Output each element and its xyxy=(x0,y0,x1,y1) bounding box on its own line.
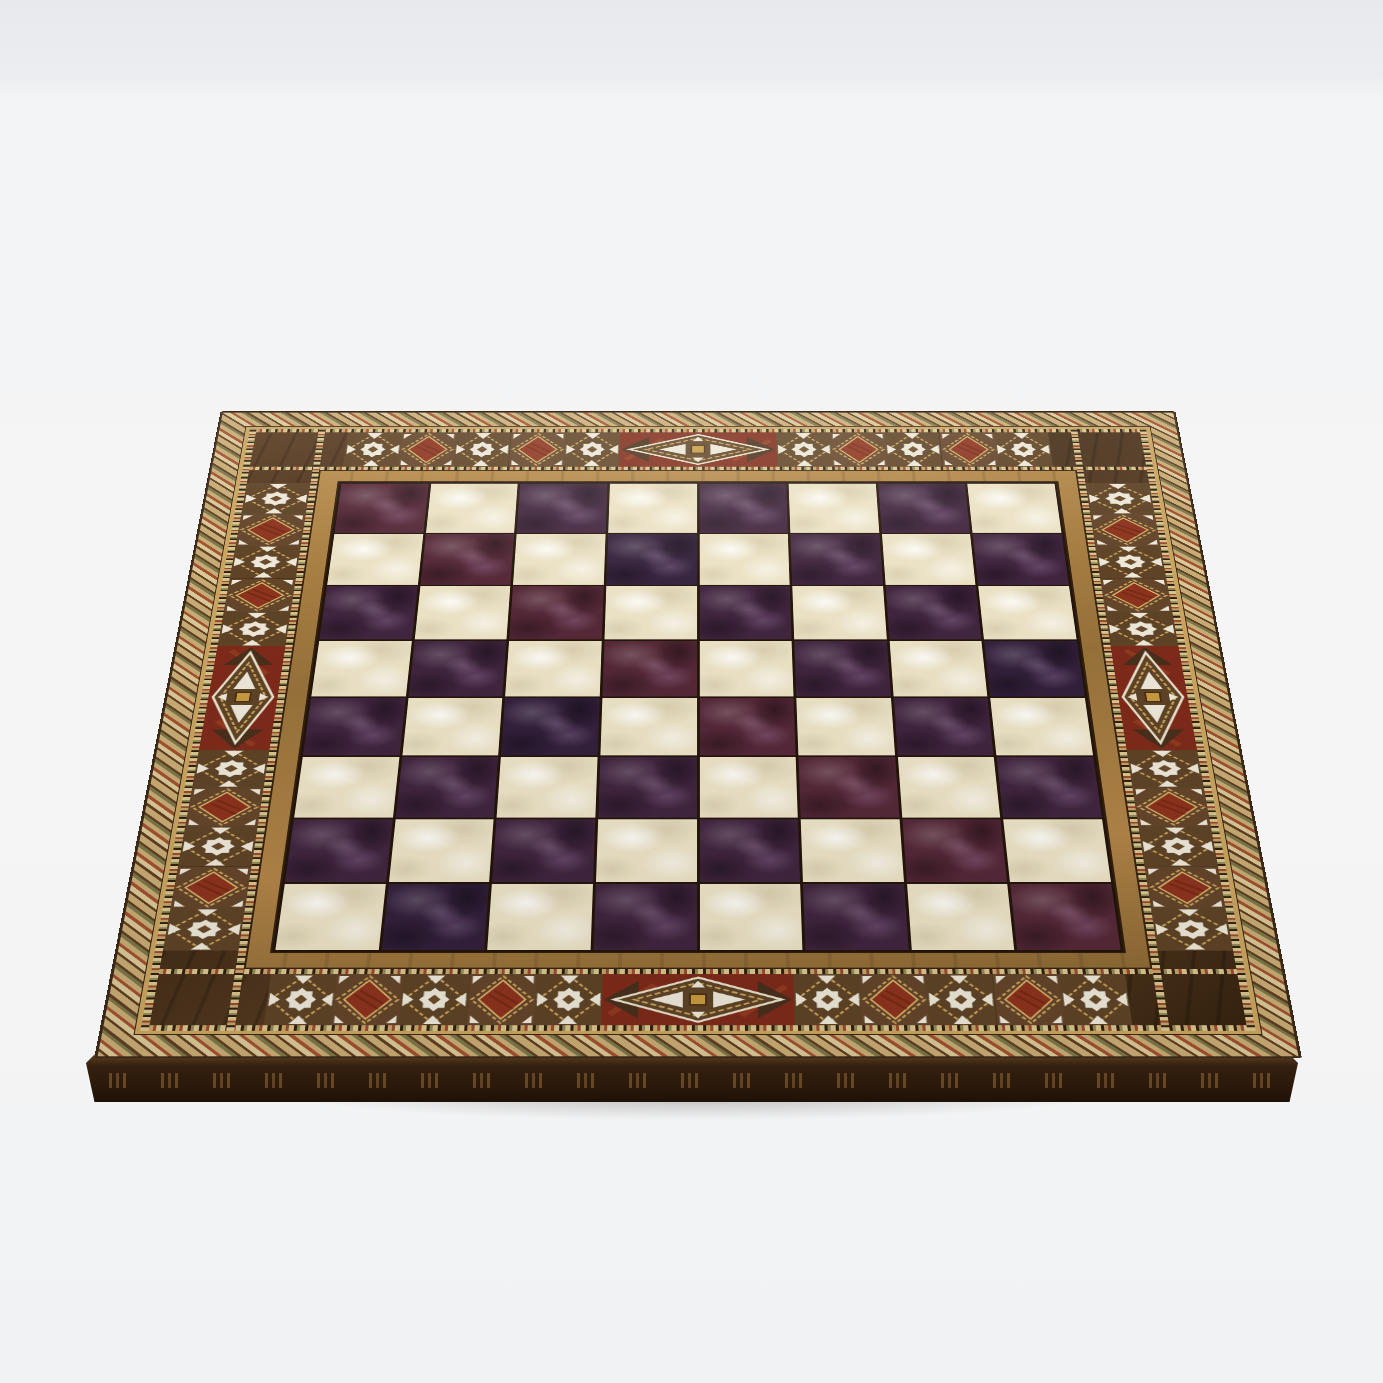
board-square-f5 xyxy=(794,641,890,696)
board-square-e6 xyxy=(699,586,791,639)
board-square-e1 xyxy=(699,884,802,950)
board-square-c2 xyxy=(492,819,595,882)
studio-background xyxy=(0,0,1383,1383)
board-square-g4 xyxy=(893,698,993,756)
board-square-h5 xyxy=(984,641,1084,696)
board-square-e7 xyxy=(699,534,789,585)
board-square-h4 xyxy=(991,698,1094,756)
red-diamond-inlay-icon xyxy=(1145,867,1226,908)
side-edge-inlay-ticks xyxy=(98,1073,1286,1088)
star-inlay-icon xyxy=(1085,483,1154,514)
board-square-h2 xyxy=(1004,819,1111,882)
chess-board xyxy=(95,412,1301,1058)
board-square-g7 xyxy=(882,534,976,585)
board-side-edge xyxy=(86,1052,1298,1102)
star-inlay-icon xyxy=(564,432,620,466)
star-inlay-icon xyxy=(793,974,862,1025)
star-inlay-icon xyxy=(1138,827,1218,867)
board-square-f7 xyxy=(791,534,883,585)
board-square-b4 xyxy=(402,698,502,756)
board-square-b5 xyxy=(408,641,506,696)
board-square-b8 xyxy=(426,484,518,533)
dash-strip xyxy=(140,1025,1255,1030)
herringbone-rim xyxy=(95,412,1301,1058)
board-square-b2 xyxy=(389,819,494,882)
board-square-b7 xyxy=(420,534,514,585)
board-square-a2 xyxy=(285,819,392,882)
red-diamond-inlay-icon xyxy=(1100,579,1172,612)
eye-medallion-icon xyxy=(619,432,777,466)
board-square-c1 xyxy=(487,884,592,950)
board-square-d6 xyxy=(604,586,696,639)
board-square-d1 xyxy=(593,884,696,950)
board-square-d4 xyxy=(600,698,696,756)
board-square-e5 xyxy=(699,641,793,696)
board-square-f4 xyxy=(796,698,894,756)
board-square-f1 xyxy=(803,884,908,950)
star-inlay-icon xyxy=(218,612,291,646)
star-inlay-icon xyxy=(994,432,1053,466)
board-square-c4 xyxy=(501,698,599,756)
eye-medallion-icon xyxy=(601,974,795,1025)
star-inlay-icon xyxy=(230,546,301,579)
board-square-g8 xyxy=(878,484,970,533)
star-inlay-icon xyxy=(1151,908,1233,950)
border-band-top xyxy=(343,432,1053,466)
board-square-c6 xyxy=(509,586,603,639)
board-square-h8 xyxy=(968,484,1062,533)
board-square-g6 xyxy=(885,586,981,639)
board-square-e2 xyxy=(699,819,800,882)
board-square-c7 xyxy=(513,534,605,585)
red-diamond-inlay-icon xyxy=(331,974,404,1025)
board-square-a1 xyxy=(275,884,385,950)
board-square-h1 xyxy=(1011,884,1121,950)
board-square-e8 xyxy=(699,484,788,533)
star-inlay-icon xyxy=(343,432,402,466)
board-square-b1 xyxy=(381,884,489,950)
board-square-h3 xyxy=(997,757,1102,817)
board-square-c5 xyxy=(505,641,601,696)
board-square-d8 xyxy=(608,484,697,533)
board-square-f2 xyxy=(801,819,904,882)
red-diamond-inlay-icon xyxy=(939,432,998,466)
board-square-a5 xyxy=(311,641,411,696)
board-square-f6 xyxy=(792,586,886,639)
board-square-g3 xyxy=(898,757,1001,817)
star-inlay-icon xyxy=(534,974,603,1025)
board-square-f8 xyxy=(789,484,879,533)
red-diamond-inlay-icon xyxy=(466,974,536,1025)
border-band-bottom xyxy=(264,974,1133,1025)
red-diamond-inlay-icon xyxy=(992,974,1065,1025)
board-square-g5 xyxy=(889,641,987,696)
star-inlay-icon xyxy=(241,483,310,514)
board-square-f3 xyxy=(799,757,900,817)
star-inlay-icon xyxy=(1059,974,1133,1025)
star-inlay-icon xyxy=(926,974,997,1025)
dash-strip xyxy=(249,429,1146,433)
board-square-a4 xyxy=(303,698,406,756)
board-square-a6 xyxy=(319,586,417,639)
board-square-b6 xyxy=(414,586,510,639)
red-diamond-inlay-icon xyxy=(171,867,252,908)
board-square-h6 xyxy=(979,586,1077,639)
red-diamond-inlay-icon xyxy=(224,579,296,612)
star-inlay-icon xyxy=(453,432,511,466)
red-diamond-inlay-icon xyxy=(830,432,887,466)
board-square-g1 xyxy=(907,884,1015,950)
board-square-d3 xyxy=(598,757,696,817)
red-diamond-inlay-icon xyxy=(236,514,306,546)
board-square-d5 xyxy=(602,641,696,696)
star-inlay-icon xyxy=(399,974,470,1025)
red-diamond-inlay-icon xyxy=(398,432,457,466)
board-square-a3 xyxy=(294,757,399,817)
star-inlay-icon xyxy=(776,432,832,466)
red-diamond-inlay-icon xyxy=(509,432,566,466)
board-square-e4 xyxy=(699,698,795,756)
playing-field xyxy=(270,481,1126,953)
board-square-h7 xyxy=(973,534,1069,585)
red-diamond-inlay-icon xyxy=(1132,788,1210,827)
red-diamond-inlay-icon xyxy=(185,788,263,827)
board-square-a8 xyxy=(335,484,429,533)
red-diamond-inlay-icon xyxy=(1090,514,1160,546)
star-inlay-icon xyxy=(1095,546,1166,579)
star-inlay-icon xyxy=(163,908,245,950)
board-square-d2 xyxy=(596,819,697,882)
board-square-b3 xyxy=(395,757,498,817)
board-square-c8 xyxy=(517,484,607,533)
board-square-a7 xyxy=(327,534,423,585)
star-inlay-icon xyxy=(1105,612,1178,646)
star-inlay-icon xyxy=(264,974,338,1025)
board-square-d7 xyxy=(606,534,696,585)
star-inlay-icon xyxy=(885,432,943,466)
star-inlay-icon xyxy=(1127,750,1204,788)
red-diamond-inlay-icon xyxy=(860,974,930,1025)
dash-strip xyxy=(151,969,1246,974)
board-square-e3 xyxy=(699,757,797,817)
board-square-g2 xyxy=(902,819,1007,882)
star-inlay-icon xyxy=(178,827,258,867)
star-inlay-icon xyxy=(192,750,269,788)
board-square-c3 xyxy=(497,757,598,817)
